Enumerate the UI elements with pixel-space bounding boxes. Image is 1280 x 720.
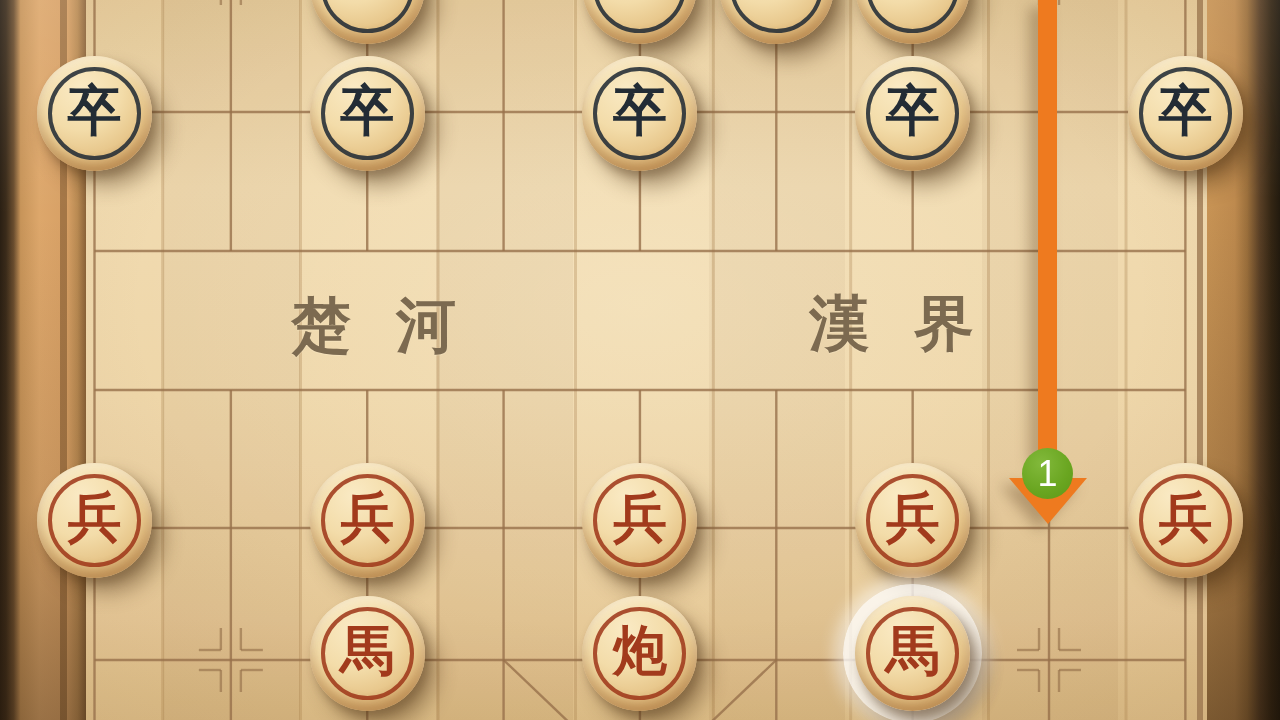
piece-red-horse[interactable]: 馬: [855, 596, 970, 711]
river-label-han-jie: 漢界: [809, 284, 1019, 365]
piece-glyph: [582, 0, 697, 42]
piece-glyph: 兵: [855, 461, 970, 576]
piece-red-cannon[interactable]: 炮: [582, 596, 697, 711]
piece-glyph: 卒: [1128, 54, 1243, 169]
piece-glyph: [719, 0, 834, 42]
piece-red-soldier[interactable]: 兵: [37, 463, 152, 578]
piece-glyph: 馬: [310, 594, 425, 709]
piece-glyph: 卒: [310, 54, 425, 169]
piece-glyph: 兵: [310, 461, 425, 576]
piece-glyph: [855, 0, 970, 42]
piece-red-soldier[interactable]: 兵: [855, 463, 970, 578]
move-number-badge: 1: [1022, 448, 1073, 499]
piece-glyph: 兵: [37, 461, 152, 576]
xiangqi-app-screen: 楚河 漢界 卒卒卒卒卒兵兵兵兵兵馬炮馬 1: [0, 0, 1280, 720]
piece-glyph: [310, 0, 425, 42]
piece-black-unknown-partial[interactable]: [310, 0, 425, 44]
piece-glyph: 兵: [1128, 461, 1243, 576]
piece-glyph: 卒: [37, 54, 152, 169]
piece-glyph: 炮: [582, 594, 697, 709]
move-number: 1: [1037, 453, 1057, 495]
piece-black-unknown-partial[interactable]: [719, 0, 834, 44]
piece-glyph: 兵: [582, 461, 697, 576]
piece-glyph: 卒: [855, 54, 970, 169]
piece-red-soldier[interactable]: 兵: [1128, 463, 1243, 578]
river-label-chu-he: 楚河: [291, 286, 501, 367]
piece-black-unknown-partial[interactable]: [855, 0, 970, 44]
piece-black-soldier[interactable]: 卒: [37, 56, 152, 171]
piece-red-horse[interactable]: 馬: [310, 596, 425, 711]
piece-black-soldier[interactable]: 卒: [1128, 56, 1243, 171]
piece-glyph: 馬: [855, 594, 970, 709]
piece-black-soldier[interactable]: 卒: [582, 56, 697, 171]
piece-glyph: 卒: [582, 54, 697, 169]
piece-black-soldier[interactable]: 卒: [310, 56, 425, 171]
piece-red-soldier[interactable]: 兵: [310, 463, 425, 578]
piece-red-soldier[interactable]: 兵: [582, 463, 697, 578]
move-arrow-line: [1038, 0, 1057, 458]
piece-black-unknown-partial[interactable]: [582, 0, 697, 44]
piece-black-soldier[interactable]: 卒: [855, 56, 970, 171]
